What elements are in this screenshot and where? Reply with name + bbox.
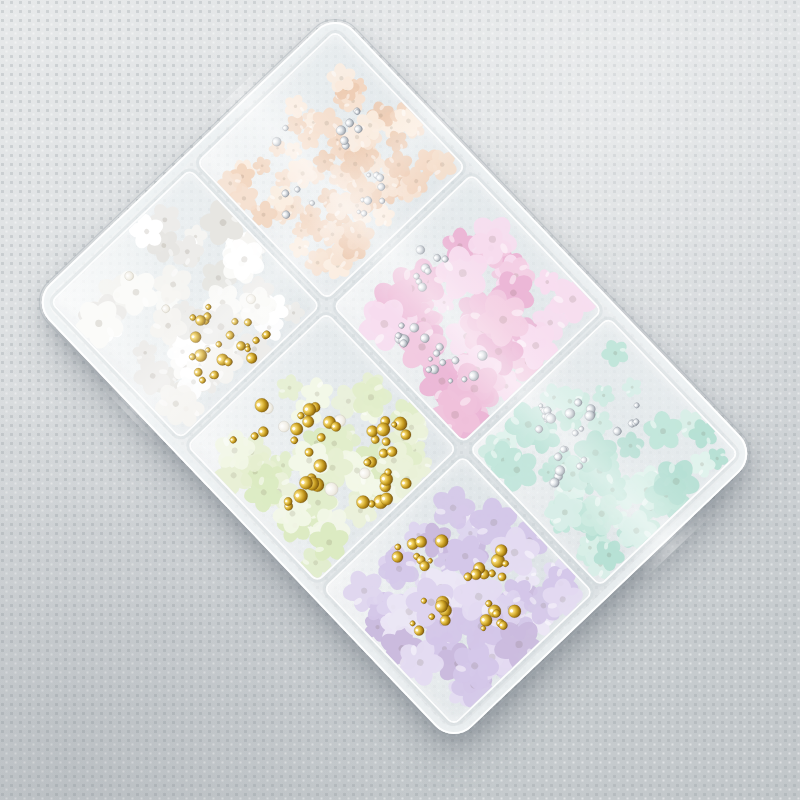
photo-scene bbox=[0, 0, 800, 800]
